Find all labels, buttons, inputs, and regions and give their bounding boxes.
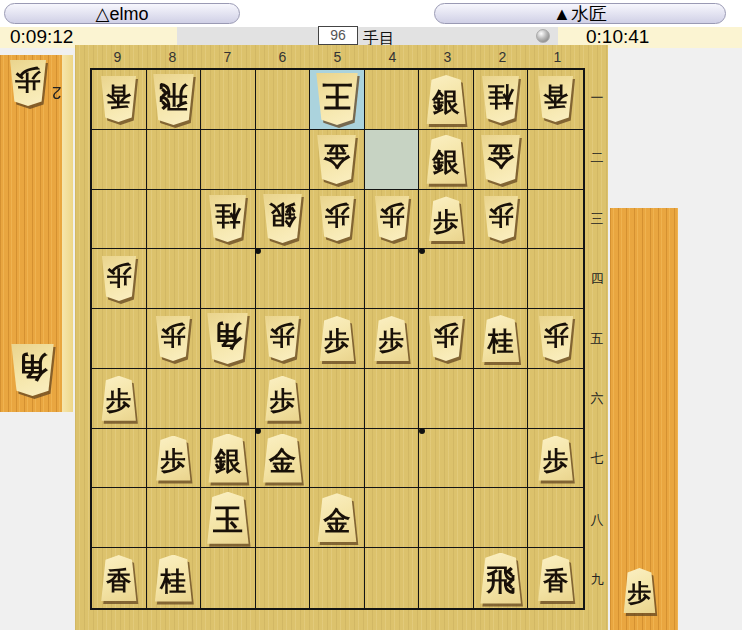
piece-glyph: 飛 bbox=[159, 82, 188, 111]
gote-name-button[interactable]: △elmo bbox=[4, 3, 240, 24]
piece-glyph: 金 bbox=[323, 143, 350, 170]
gote-captured-tray: 歩2角 bbox=[0, 55, 62, 412]
square-7-4[interactable] bbox=[201, 249, 256, 309]
piece-glyph: 桂 bbox=[488, 328, 514, 354]
square-3-9[interactable] bbox=[419, 548, 474, 608]
file-label-3: 3 bbox=[420, 48, 475, 67]
square-6-4[interactable] bbox=[256, 249, 311, 309]
piece-glyph: 歩 bbox=[161, 448, 186, 473]
square-3-4[interactable] bbox=[419, 249, 474, 309]
piece-glyph: 歩 bbox=[270, 323, 295, 348]
square-5-2[interactable]: 金 bbox=[310, 130, 365, 190]
piece-glyph: 角 bbox=[18, 353, 48, 383]
square-4-2[interactable] bbox=[365, 130, 420, 190]
square-9-1[interactable]: 香 bbox=[92, 70, 147, 130]
sente-rook[interactable]: 飛 bbox=[478, 553, 523, 604]
sente-name-button[interactable]: ▲水匠 bbox=[434, 3, 726, 24]
piece-glyph: 歩 bbox=[106, 264, 131, 289]
square-4-3[interactable]: 歩 bbox=[365, 190, 420, 250]
square-2-1[interactable]: 桂 bbox=[474, 70, 529, 130]
file-label-1: 1 bbox=[530, 48, 585, 67]
gote-pawn[interactable]: 歩 bbox=[537, 316, 575, 361]
sente-silver[interactable]: 銀 bbox=[206, 434, 249, 483]
sente-silver[interactable]: 銀 bbox=[425, 75, 468, 124]
square-7-6[interactable] bbox=[201, 369, 256, 429]
gote-gold[interactable]: 金 bbox=[479, 135, 522, 184]
square-5-6[interactable] bbox=[310, 369, 365, 429]
piece-glyph: 銀 bbox=[269, 203, 296, 230]
square-4-9[interactable] bbox=[365, 548, 420, 608]
square-3-6[interactable] bbox=[419, 369, 474, 429]
piece-glyph: 金 bbox=[323, 507, 350, 534]
piece-glyph: 桂 bbox=[488, 84, 514, 110]
piece-glyph: 歩 bbox=[106, 388, 131, 413]
square-7-1[interactable] bbox=[201, 70, 256, 130]
square-5-1[interactable]: 王 bbox=[310, 70, 365, 130]
square-8-2[interactable] bbox=[147, 130, 202, 190]
hoshi-dot bbox=[419, 428, 425, 434]
square-3-7[interactable] bbox=[419, 429, 474, 489]
rank-label-7: 七 bbox=[588, 429, 606, 489]
gote-pawn[interactable]: 歩 bbox=[373, 196, 411, 241]
piece-glyph: 角 bbox=[213, 321, 242, 350]
square-6-2[interactable] bbox=[256, 130, 311, 190]
square-9-7[interactable] bbox=[92, 429, 147, 489]
rank-label-6: 六 bbox=[588, 369, 606, 429]
square-7-2[interactable] bbox=[201, 130, 256, 190]
file-label-9: 9 bbox=[90, 48, 145, 67]
file-label-8: 8 bbox=[145, 48, 200, 67]
square-9-2[interactable] bbox=[92, 130, 147, 190]
sente-pawn[interactable]: 歩 bbox=[537, 436, 575, 481]
piece-glyph: 金 bbox=[487, 143, 514, 170]
piece-glyph: 歩 bbox=[434, 209, 459, 234]
square-4-4[interactable] bbox=[365, 249, 420, 309]
shogi-board: 987654321 香飛王銀桂香金銀金桂銀歩歩歩歩歩歩角歩歩歩歩桂歩歩歩歩銀金歩… bbox=[75, 45, 608, 630]
gote-pawn[interactable]: 歩 bbox=[263, 316, 301, 361]
file-label-5: 5 bbox=[310, 48, 365, 67]
gote-pawn[interactable]: 歩 bbox=[8, 60, 48, 106]
gote-gold[interactable]: 金 bbox=[315, 135, 358, 184]
piece-glyph: 歩 bbox=[379, 328, 404, 353]
hoshi-dot bbox=[419, 248, 425, 254]
square-8-3[interactable] bbox=[147, 190, 202, 250]
square-3-3[interactable]: 歩 bbox=[419, 190, 474, 250]
piece-glyph: 歩 bbox=[488, 204, 513, 229]
square-7-8[interactable]: 玉 bbox=[201, 488, 256, 548]
piece-glyph: 王 bbox=[322, 82, 352, 112]
piece-glyph: 飛 bbox=[486, 566, 515, 595]
square-4-1[interactable] bbox=[365, 70, 420, 130]
piece-glyph: 歩 bbox=[628, 581, 652, 605]
sente-silver[interactable]: 銀 bbox=[425, 135, 468, 184]
piece-glyph: 歩 bbox=[434, 323, 459, 348]
square-5-3[interactable]: 歩 bbox=[310, 190, 365, 250]
square-6-3[interactable]: 銀 bbox=[256, 190, 311, 250]
square-6-9[interactable] bbox=[256, 548, 311, 608]
piece-glyph: 金 bbox=[269, 447, 296, 474]
square-5-8[interactable]: 金 bbox=[310, 488, 365, 548]
sente-pawn[interactable]: 歩 bbox=[263, 376, 301, 421]
piece-glyph: 歩 bbox=[161, 323, 186, 348]
gote-bishop[interactable]: 角 bbox=[9, 344, 56, 396]
square-3-2[interactable]: 銀 bbox=[419, 130, 474, 190]
square-9-5[interactable] bbox=[92, 309, 147, 369]
square-8-9[interactable]: 桂 bbox=[147, 548, 202, 608]
square-8-4[interactable] bbox=[147, 249, 202, 309]
file-label-7: 7 bbox=[200, 48, 255, 67]
rank-label-8: 八 bbox=[588, 490, 606, 550]
sente-pawn[interactable]: 歩 bbox=[100, 376, 138, 421]
square-2-3[interactable]: 歩 bbox=[474, 190, 529, 250]
piece-glyph: 玉 bbox=[213, 505, 243, 535]
rank-label-9: 九 bbox=[588, 550, 606, 610]
piece-glyph: 歩 bbox=[543, 448, 568, 473]
gote-king[interactable]: 王 bbox=[314, 73, 360, 125]
square-9-6[interactable]: 歩 bbox=[92, 369, 147, 429]
piece-glyph: 銀 bbox=[433, 88, 460, 115]
gote-rook[interactable]: 飛 bbox=[151, 74, 196, 125]
square-1-9[interactable]: 香 bbox=[528, 548, 583, 608]
gote-hand-count: 2 bbox=[52, 82, 61, 102]
file-label-4: 4 bbox=[365, 48, 420, 67]
gote-tray-edge bbox=[62, 55, 73, 412]
piece-glyph: 歩 bbox=[324, 328, 349, 353]
file-label-6: 6 bbox=[255, 48, 310, 67]
square-2-7[interactable] bbox=[474, 429, 529, 489]
gote-silver[interactable]: 銀 bbox=[261, 194, 304, 243]
square-2-6[interactable] bbox=[474, 369, 529, 429]
square-4-6[interactable] bbox=[365, 369, 420, 429]
piece-glyph: 歩 bbox=[324, 204, 349, 229]
piece-glyph: 歩 bbox=[543, 323, 568, 348]
player-name-bar: △elmo ▲水匠 bbox=[0, 0, 742, 27]
file-label-2: 2 bbox=[475, 48, 530, 67]
square-2-5[interactable]: 桂 bbox=[474, 309, 529, 369]
square-4-8[interactable] bbox=[365, 488, 420, 548]
gote-lance[interactable]: 香 bbox=[99, 76, 138, 122]
square-1-5[interactable]: 歩 bbox=[528, 309, 583, 369]
piece-glyph: 桂 bbox=[215, 203, 241, 229]
rank-label-5: 五 bbox=[588, 309, 606, 369]
square-6-5[interactable]: 歩 bbox=[256, 309, 311, 369]
square-1-1[interactable]: 香 bbox=[528, 70, 583, 130]
piece-glyph: 歩 bbox=[379, 204, 404, 229]
sente-knight[interactable]: 桂 bbox=[153, 555, 194, 602]
square-2-2[interactable]: 金 bbox=[474, 130, 529, 190]
square-4-5[interactable]: 歩 bbox=[365, 309, 420, 369]
square-7-9[interactable] bbox=[201, 548, 256, 608]
gote-bishop[interactable]: 角 bbox=[205, 313, 250, 364]
square-5-5[interactable]: 歩 bbox=[310, 309, 365, 369]
sente-pawn[interactable]: 歩 bbox=[154, 436, 192, 481]
sente-pawn[interactable]: 歩 bbox=[427, 196, 465, 241]
square-8-1[interactable]: 飛 bbox=[147, 70, 202, 130]
gote-knight[interactable]: 桂 bbox=[480, 76, 521, 123]
square-7-7[interactable]: 銀 bbox=[201, 429, 256, 489]
square-6-7[interactable]: 金 bbox=[256, 429, 311, 489]
piece-glyph: 香 bbox=[106, 568, 131, 593]
square-1-2[interactable] bbox=[528, 130, 583, 190]
square-7-3[interactable]: 桂 bbox=[201, 190, 256, 250]
sente-pawn[interactable]: 歩 bbox=[318, 316, 356, 361]
square-3-5[interactable]: 歩 bbox=[419, 309, 474, 369]
square-2-4[interactable] bbox=[474, 249, 529, 309]
piece-glyph: 歩 bbox=[270, 388, 295, 413]
rank-label-4: 四 bbox=[588, 249, 606, 309]
square-1-3[interactable] bbox=[528, 190, 583, 250]
sente-gold[interactable]: 金 bbox=[315, 493, 358, 542]
sente-gold[interactable]: 金 bbox=[261, 434, 304, 483]
square-8-6[interactable] bbox=[147, 369, 202, 429]
square-7-5[interactable]: 角 bbox=[201, 309, 256, 369]
square-3-1[interactable]: 銀 bbox=[419, 70, 474, 130]
square-8-5[interactable]: 歩 bbox=[147, 309, 202, 369]
sente-pawn[interactable]: 歩 bbox=[373, 316, 411, 361]
square-2-8[interactable] bbox=[474, 488, 529, 548]
gote-pawn[interactable]: 歩 bbox=[100, 256, 138, 301]
piece-glyph: 桂 bbox=[160, 568, 186, 594]
gote-lance[interactable]: 香 bbox=[536, 76, 575, 122]
piece-glyph: 香 bbox=[106, 84, 131, 109]
square-9-4[interactable]: 歩 bbox=[92, 249, 147, 309]
square-5-4[interactable] bbox=[310, 249, 365, 309]
gote-pawn[interactable]: 歩 bbox=[154, 316, 192, 361]
gote-pawn[interactable]: 歩 bbox=[427, 316, 465, 361]
shogi-app: △elmo ▲水匠 0:09:12 0:10:41 96 手目 歩2角 9876… bbox=[0, 0, 742, 630]
file-labels: 987654321 bbox=[90, 48, 585, 67]
square-2-9[interactable]: 飛 bbox=[474, 548, 529, 608]
square-6-1[interactable] bbox=[256, 70, 311, 130]
piece-glyph: 香 bbox=[543, 84, 568, 109]
board-grid: 香飛王銀桂香金銀金桂銀歩歩歩歩歩歩角歩歩歩歩桂歩歩歩歩銀金歩玉金香桂飛香 bbox=[90, 68, 585, 610]
rank-label-2: 二 bbox=[588, 128, 606, 188]
square-1-6[interactable] bbox=[528, 369, 583, 429]
sente-lance[interactable]: 香 bbox=[536, 555, 575, 601]
square-5-7[interactable] bbox=[310, 429, 365, 489]
square-5-9[interactable] bbox=[310, 548, 365, 608]
sente-lance[interactable]: 香 bbox=[99, 555, 138, 601]
sente-captured-tray: 歩 bbox=[610, 208, 678, 630]
rank-label-1: 一 bbox=[588, 68, 606, 128]
square-6-8[interactable] bbox=[256, 488, 311, 548]
square-1-8[interactable] bbox=[528, 488, 583, 548]
square-1-4[interactable] bbox=[528, 249, 583, 309]
gote-pawn[interactable]: 歩 bbox=[318, 196, 356, 241]
gote-pawn[interactable]: 歩 bbox=[482, 196, 520, 241]
square-8-8[interactable] bbox=[147, 488, 202, 548]
sente-pawn[interactable]: 歩 bbox=[622, 568, 657, 613]
square-6-6[interactable]: 歩 bbox=[256, 369, 311, 429]
square-1-7[interactable]: 歩 bbox=[528, 429, 583, 489]
sente-knight[interactable]: 桂 bbox=[480, 315, 521, 362]
status-orb-icon bbox=[536, 29, 550, 43]
square-9-3[interactable] bbox=[92, 190, 147, 250]
piece-glyph: 銀 bbox=[433, 148, 460, 175]
square-3-8[interactable] bbox=[419, 488, 474, 548]
piece-glyph: 香 bbox=[543, 568, 568, 593]
square-4-7[interactable] bbox=[365, 429, 420, 489]
sente-king[interactable]: 玉 bbox=[205, 492, 251, 544]
square-9-8[interactable] bbox=[92, 488, 147, 548]
piece-glyph: 歩 bbox=[15, 68, 41, 94]
hoshi-dot bbox=[255, 248, 261, 254]
piece-glyph: 銀 bbox=[214, 447, 241, 474]
square-8-7[interactable]: 歩 bbox=[147, 429, 202, 489]
rank-label-3: 三 bbox=[588, 188, 606, 248]
move-number-box: 96 bbox=[318, 26, 358, 45]
gote-knight[interactable]: 桂 bbox=[207, 195, 248, 242]
square-9-9[interactable]: 香 bbox=[92, 548, 147, 608]
rank-labels: 一二三四五六七八九 bbox=[588, 68, 606, 610]
